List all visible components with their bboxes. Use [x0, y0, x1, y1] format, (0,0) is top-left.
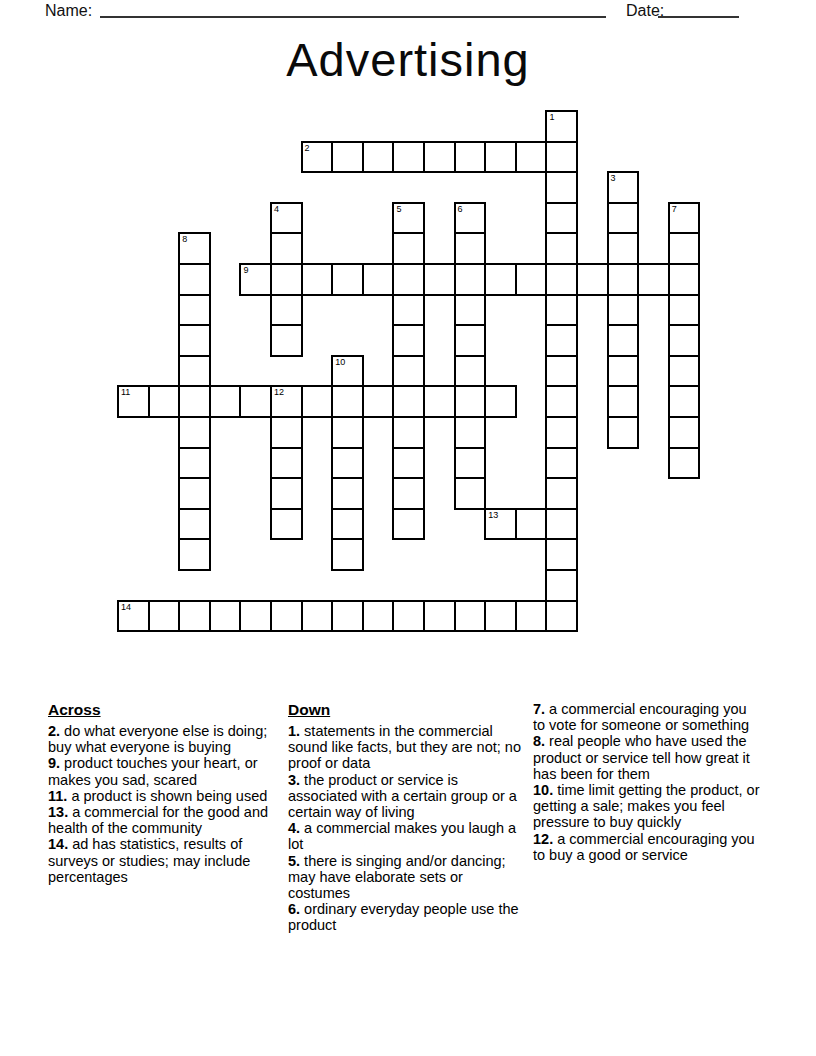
grid-cell[interactable]: [545, 447, 578, 480]
grid-cell[interactable]: [178, 294, 211, 327]
grid-cell[interactable]: [178, 263, 211, 296]
grid-cell[interactable]: [668, 263, 701, 296]
grid-cell[interactable]: [607, 355, 640, 388]
grid-cell[interactable]: [607, 202, 640, 235]
name-blank-line[interactable]: [100, 2, 606, 18]
clue-number: 8: [182, 234, 187, 244]
grid-cell[interactable]: [668, 232, 701, 265]
crossword-grid: 1234567891011121314: [117, 110, 699, 631]
clue-item-number: 9.: [48, 755, 60, 771]
clue-number: 7: [672, 204, 677, 214]
grid-cell[interactable]: [392, 385, 425, 418]
grid-cell[interactable]: [209, 385, 242, 418]
grid-cell[interactable]: [178, 385, 211, 418]
grid-cell[interactable]: [423, 263, 456, 296]
grid-cell[interactable]: [239, 385, 272, 418]
grid-cell[interactable]: 11: [117, 385, 150, 418]
grid-cell[interactable]: [454, 232, 487, 265]
grid-cell[interactable]: [545, 600, 578, 633]
down-heading: Down: [288, 701, 524, 718]
clue-item-number: 12.: [533, 831, 553, 847]
grid-cell[interactable]: [178, 324, 211, 357]
puzzle-title: Advertising: [0, 33, 816, 87]
grid-cell[interactable]: [637, 263, 670, 296]
grid-cell[interactable]: [484, 600, 517, 633]
grid-cell[interactable]: [270, 232, 303, 265]
grid-cell[interactable]: [454, 355, 487, 388]
grid-cell[interactable]: [270, 477, 303, 510]
grid-cell[interactable]: [668, 447, 701, 480]
clue-item: 6. ordinary everyday people use the prod…: [288, 901, 524, 933]
grid-cell[interactable]: [423, 141, 456, 174]
grid-cell[interactable]: [454, 477, 487, 510]
grid-cell[interactable]: [454, 447, 487, 480]
grid-cell[interactable]: 1: [545, 110, 578, 143]
clue-number: 10: [335, 357, 345, 367]
grid-cell[interactable]: [392, 232, 425, 265]
grid-cell[interactable]: [301, 263, 334, 296]
grid-cell[interactable]: [270, 263, 303, 296]
name-label: Name:: [45, 2, 92, 20]
clue-number: 2: [305, 143, 310, 153]
grid-cell[interactable]: [331, 447, 364, 480]
down-clue-list: 1. statements in the commercial sound li…: [288, 723, 524, 934]
clue-item-number: 1.: [288, 723, 300, 739]
grid-cell[interactable]: [392, 263, 425, 296]
clue-item-number: 13.: [48, 804, 68, 820]
grid-cell[interactable]: [607, 294, 640, 327]
clue-item: 7. a commercial encouraging you to vote …: [533, 701, 761, 733]
grid-cell[interactable]: [423, 385, 456, 418]
clue-number: 4: [274, 204, 279, 214]
grid-cell[interactable]: [545, 263, 578, 296]
grid-cell[interactable]: [178, 538, 211, 571]
grid-cell[interactable]: [484, 141, 517, 174]
grid-cell[interactable]: [545, 202, 578, 235]
grid-cell[interactable]: [607, 263, 640, 296]
clue-number: 1: [549, 112, 554, 122]
grid-cell[interactable]: [178, 508, 211, 541]
grid-cell[interactable]: [576, 263, 609, 296]
grid-cell[interactable]: 4: [270, 202, 303, 235]
grid-cell[interactable]: [301, 385, 334, 418]
grid-cell[interactable]: [515, 600, 548, 633]
date-blank-line[interactable]: [658, 2, 739, 18]
clue-item: 11. a product is shown being used: [48, 788, 288, 804]
clue-item-number: 11.: [48, 788, 67, 804]
grid-cell[interactable]: [331, 141, 364, 174]
clue-item: 14. ad has statistics, results of survey…: [48, 836, 288, 885]
clue-item-number: 4.: [288, 820, 300, 836]
grid-cell[interactable]: 8: [178, 232, 211, 265]
grid-cell[interactable]: [545, 385, 578, 418]
grid-cell[interactable]: [178, 600, 211, 633]
grid-cell[interactable]: [178, 355, 211, 388]
clue-item-number: 6.: [288, 901, 300, 917]
grid-cell[interactable]: [392, 508, 425, 541]
clue-number: 3: [611, 173, 616, 183]
grid-cell[interactable]: [148, 600, 181, 633]
grid-cell[interactable]: 3: [607, 171, 640, 204]
clue-item: 1. statements in the commercial sound li…: [288, 723, 524, 772]
grid-cell[interactable]: [209, 600, 242, 633]
grid-cell[interactable]: [331, 416, 364, 449]
clue-item: 5. there is singing and/or dancing; may …: [288, 853, 524, 902]
grid-cell[interactable]: [454, 294, 487, 327]
grid-cell[interactable]: [392, 141, 425, 174]
grid-cell[interactable]: [178, 447, 211, 480]
across-clue-list: 2. do what everyone else is doing; buy w…: [48, 723, 288, 885]
grid-cell[interactable]: [545, 538, 578, 571]
grid-cell[interactable]: [607, 232, 640, 265]
grid-cell[interactable]: 2: [301, 141, 334, 174]
down-clues-column: Down 1. statements in the commercial sou…: [288, 701, 524, 934]
grid-cell[interactable]: [545, 171, 578, 204]
clue-number: 12: [274, 387, 284, 397]
grid-cell[interactable]: [392, 447, 425, 480]
grid-cell[interactable]: [607, 416, 640, 449]
grid-cell[interactable]: [178, 477, 211, 510]
clue-item-number: 8.: [533, 733, 545, 749]
grid-cell[interactable]: [423, 600, 456, 633]
grid-cell[interactable]: [270, 324, 303, 357]
clue-item: 9. product touches your heart, or makes …: [48, 755, 288, 787]
grid-cell[interactable]: [270, 416, 303, 449]
grid-cell[interactable]: [607, 385, 640, 418]
down-clues-continued-column: 7. a commercial encouraging you to vote …: [533, 701, 761, 863]
grid-cell[interactable]: [545, 232, 578, 265]
grid-cell[interactable]: [331, 538, 364, 571]
grid-cell[interactable]: [545, 416, 578, 449]
grid-cell[interactable]: [545, 477, 578, 510]
grid-cell[interactable]: [545, 355, 578, 388]
grid-cell[interactable]: [331, 600, 364, 633]
grid-cell[interactable]: 5: [392, 202, 425, 235]
grid-cell[interactable]: [668, 294, 701, 327]
clue-item: 12. a commercial encouraging you to buy …: [533, 831, 761, 863]
grid-cell[interactable]: [362, 385, 395, 418]
grid-cell[interactable]: [392, 477, 425, 510]
grid-cell[interactable]: [239, 600, 272, 633]
down-continued-clue-list: 7. a commercial encouraging you to vote …: [533, 701, 761, 863]
grid-cell[interactable]: 10: [331, 355, 364, 388]
grid-cell[interactable]: [178, 416, 211, 449]
grid-cell[interactable]: [392, 355, 425, 388]
grid-cell[interactable]: [362, 141, 395, 174]
grid-cell[interactable]: 6: [454, 202, 487, 235]
grid-cell[interactable]: [545, 324, 578, 357]
clue-item-number: 10.: [533, 782, 553, 798]
grid-cell[interactable]: [301, 600, 334, 633]
grid-cell[interactable]: 9: [239, 263, 272, 296]
clue-number: 13: [488, 510, 498, 520]
grid-cell[interactable]: [148, 385, 181, 418]
grid-cell[interactable]: 12: [270, 385, 303, 418]
clue-number: 9: [243, 265, 248, 275]
grid-cell[interactable]: [668, 355, 701, 388]
grid-cell[interactable]: [270, 294, 303, 327]
grid-cell[interactable]: [454, 385, 487, 418]
grid-cell[interactable]: [362, 263, 395, 296]
grid-cell[interactable]: [515, 508, 548, 541]
clue-item: 4. a commercial makes you laugh a lot: [288, 820, 524, 852]
grid-cell[interactable]: [484, 263, 517, 296]
grid-cell[interactable]: [392, 294, 425, 327]
grid-cell[interactable]: [392, 600, 425, 633]
grid-cell[interactable]: [515, 263, 548, 296]
grid-cell[interactable]: [545, 294, 578, 327]
grid-cell[interactable]: [331, 477, 364, 510]
across-heading: Across: [48, 701, 288, 718]
clue-item: 10. time limit getting the product, or g…: [533, 782, 761, 831]
grid-cell[interactable]: [331, 385, 364, 418]
grid-cell[interactable]: [454, 600, 487, 633]
clue-number: 11: [121, 387, 130, 397]
grid-cell[interactable]: [454, 141, 487, 174]
grid-cell[interactable]: [484, 385, 517, 418]
grid-cell[interactable]: [270, 447, 303, 480]
grid-cell[interactable]: [362, 600, 395, 633]
grid-cell[interactable]: [668, 385, 701, 418]
grid-cell[interactable]: [515, 141, 548, 174]
clue-number: 14: [121, 602, 131, 612]
grid-cell[interactable]: [392, 416, 425, 449]
clue-item-number: 3.: [288, 772, 300, 788]
grid-cell[interactable]: [454, 263, 487, 296]
grid-cell[interactable]: [668, 416, 701, 449]
across-clues-column: Across 2. do what everyone else is doing…: [48, 701, 288, 885]
clue-item-number: 14.: [48, 836, 68, 852]
grid-cell[interactable]: [454, 324, 487, 357]
clue-item: 2. do what everyone else is doing; buy w…: [48, 723, 288, 755]
clue-item: 8. real people who have used the product…: [533, 733, 761, 782]
grid-cell[interactable]: [331, 508, 364, 541]
grid-cell[interactable]: 7: [668, 202, 701, 235]
clue-item-number: 2.: [48, 723, 60, 739]
clue-item-number: 5.: [288, 853, 300, 869]
grid-cell[interactable]: 13: [484, 508, 517, 541]
grid-cell[interactable]: [668, 324, 701, 357]
clue-item-number: 7.: [533, 701, 545, 717]
grid-cell[interactable]: [331, 263, 364, 296]
grid-cell[interactable]: [270, 600, 303, 633]
grid-cell[interactable]: [545, 508, 578, 541]
grid-cell[interactable]: [545, 569, 578, 602]
grid-cell[interactable]: 14: [117, 600, 150, 633]
clue-number: 6: [458, 204, 463, 214]
clue-item: 3. the product or service is associated …: [288, 772, 524, 821]
grid-cell[interactable]: [454, 416, 487, 449]
clue-item: 13. a commercial for the good and health…: [48, 804, 288, 836]
grid-cell[interactable]: [392, 324, 425, 357]
grid-cell[interactable]: [545, 141, 578, 174]
grid-cell[interactable]: [607, 324, 640, 357]
clue-number: 5: [396, 204, 401, 214]
grid-cell[interactable]: [270, 508, 303, 541]
